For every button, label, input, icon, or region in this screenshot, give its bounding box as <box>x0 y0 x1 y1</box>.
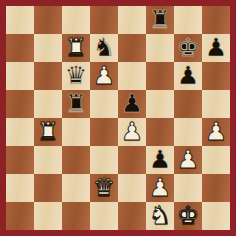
white-rook-c7[interactable]: ♜ <box>65 34 87 62</box>
black-knight-d7[interactable]: ♞ <box>93 34 115 62</box>
square-c7[interactable]: ♜ <box>62 34 90 62</box>
black-pawn-e5[interactable]: ♟ <box>121 90 143 118</box>
square-b3[interactable] <box>34 146 62 174</box>
white-queen-d2[interactable]: ♛ <box>93 174 115 202</box>
square-h5[interactable] <box>202 90 230 118</box>
white-pawn-g3[interactable]: ♟ <box>177 146 199 174</box>
black-queen-c6[interactable]: ♛ <box>65 62 87 90</box>
square-h4[interactable]: ♟ <box>202 118 230 146</box>
square-d1[interactable] <box>90 202 118 230</box>
square-f5[interactable] <box>146 90 174 118</box>
square-a3[interactable] <box>6 146 34 174</box>
square-c1[interactable] <box>62 202 90 230</box>
square-g6[interactable]: ♟ <box>174 62 202 90</box>
square-b5[interactable] <box>34 90 62 118</box>
square-c5[interactable]: ♜ <box>62 90 90 118</box>
square-f8[interactable]: ♜ <box>146 6 174 34</box>
square-b7[interactable] <box>34 34 62 62</box>
square-f6[interactable] <box>146 62 174 90</box>
black-pawn-g6[interactable]: ♟ <box>177 62 199 90</box>
square-d5[interactable] <box>90 90 118 118</box>
black-rook-f8[interactable]: ♜ <box>149 6 171 34</box>
square-c4[interactable] <box>62 118 90 146</box>
square-g7[interactable]: ♚ <box>174 34 202 62</box>
square-e7[interactable] <box>118 34 146 62</box>
square-e6[interactable] <box>118 62 146 90</box>
square-e5[interactable]: ♟ <box>118 90 146 118</box>
chess-board: ♜♜♞♚♟♛♟♟♜♟♜♟♟♟♟♛♟♞♚ <box>6 6 230 230</box>
square-a7[interactable] <box>6 34 34 62</box>
square-h8[interactable] <box>202 6 230 34</box>
black-rook-c5[interactable]: ♜ <box>65 90 87 118</box>
square-e8[interactable] <box>118 6 146 34</box>
square-a6[interactable] <box>6 62 34 90</box>
chess-board-frame: ♜♜♞♚♟♛♟♟♜♟♜♟♟♟♟♛♟♞♚ <box>0 0 236 236</box>
square-e2[interactable] <box>118 174 146 202</box>
square-c8[interactable] <box>62 6 90 34</box>
square-e4[interactable]: ♟ <box>118 118 146 146</box>
square-f3[interactable]: ♟ <box>146 146 174 174</box>
square-d6[interactable]: ♟ <box>90 62 118 90</box>
square-b6[interactable] <box>34 62 62 90</box>
black-pawn-h7[interactable]: ♟ <box>205 34 227 62</box>
square-b1[interactable] <box>34 202 62 230</box>
square-f7[interactable] <box>146 34 174 62</box>
square-g1[interactable]: ♚ <box>174 202 202 230</box>
square-h2[interactable] <box>202 174 230 202</box>
black-king-g7[interactable]: ♚ <box>177 34 199 62</box>
white-pawn-h4[interactable]: ♟ <box>205 118 227 146</box>
square-h6[interactable] <box>202 62 230 90</box>
square-e3[interactable] <box>118 146 146 174</box>
square-d3[interactable] <box>90 146 118 174</box>
square-d4[interactable] <box>90 118 118 146</box>
square-g8[interactable] <box>174 6 202 34</box>
square-f4[interactable] <box>146 118 174 146</box>
square-c2[interactable] <box>62 174 90 202</box>
black-pawn-f3[interactable]: ♟ <box>149 146 171 174</box>
square-a4[interactable] <box>6 118 34 146</box>
square-f1[interactable]: ♞ <box>146 202 174 230</box>
square-b8[interactable] <box>34 6 62 34</box>
white-pawn-f2[interactable]: ♟ <box>149 174 171 202</box>
square-c6[interactable]: ♛ <box>62 62 90 90</box>
square-e1[interactable] <box>118 202 146 230</box>
square-a8[interactable] <box>6 6 34 34</box>
square-g3[interactable]: ♟ <box>174 146 202 174</box>
white-pawn-d6[interactable]: ♟ <box>93 62 115 90</box>
white-pawn-e4[interactable]: ♟ <box>121 118 143 146</box>
square-h7[interactable]: ♟ <box>202 34 230 62</box>
square-d2[interactable]: ♛ <box>90 174 118 202</box>
square-d8[interactable] <box>90 6 118 34</box>
square-d7[interactable]: ♞ <box>90 34 118 62</box>
square-h1[interactable] <box>202 202 230 230</box>
square-h3[interactable] <box>202 146 230 174</box>
square-b4[interactable]: ♜ <box>34 118 62 146</box>
square-a1[interactable] <box>6 202 34 230</box>
square-g2[interactable] <box>174 174 202 202</box>
square-g4[interactable] <box>174 118 202 146</box>
square-f2[interactable]: ♟ <box>146 174 174 202</box>
square-a5[interactable] <box>6 90 34 118</box>
square-c3[interactable] <box>62 146 90 174</box>
white-king-g1[interactable]: ♚ <box>177 202 199 230</box>
square-g5[interactable] <box>174 90 202 118</box>
white-rook-b4[interactable]: ♜ <box>37 118 59 146</box>
white-knight-f1[interactable]: ♞ <box>149 202 171 230</box>
square-b2[interactable] <box>34 174 62 202</box>
square-a2[interactable] <box>6 174 34 202</box>
